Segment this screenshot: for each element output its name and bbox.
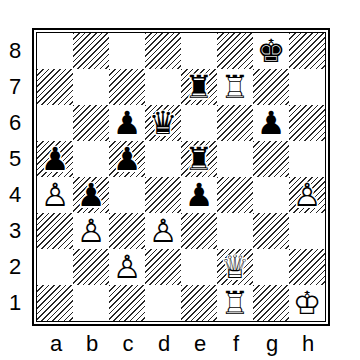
square-f2[interactable]: ♛♕: [217, 249, 253, 285]
square-e5[interactable]: ♜♜: [181, 141, 217, 177]
square-a3[interactable]: [37, 213, 73, 249]
square-e1[interactable]: [181, 285, 217, 321]
square-c1[interactable]: [109, 285, 145, 321]
square-d1[interactable]: [145, 285, 181, 321]
square-f6[interactable]: [217, 105, 253, 141]
piece-glyph: ♙: [145, 213, 181, 249]
square-b6[interactable]: [73, 105, 109, 141]
rank-label-5: 5: [2, 141, 28, 177]
square-e7[interactable]: ♜♜: [181, 69, 217, 105]
file-label-c: c: [110, 331, 146, 357]
piece-glyph: ♙: [37, 177, 73, 213]
square-b1[interactable]: [73, 285, 109, 321]
square-h5[interactable]: [289, 141, 325, 177]
piece-white-pawn: ♟♙: [109, 249, 145, 285]
square-g4[interactable]: [253, 177, 289, 213]
rank-label-4: 4: [2, 177, 28, 213]
square-d2[interactable]: [145, 249, 181, 285]
rank-label-8: 8: [2, 33, 28, 69]
square-c5[interactable]: ♟♟: [109, 141, 145, 177]
rank-label-2: 2: [2, 249, 28, 285]
square-a7[interactable]: [37, 69, 73, 105]
file-label-h: h: [290, 331, 326, 357]
piece-black-pawn: ♟♟: [253, 105, 289, 141]
piece-black-pawn: ♟♟: [37, 141, 73, 177]
piece-black-queen: ♛♛: [145, 105, 181, 141]
square-g1[interactable]: [253, 285, 289, 321]
square-g5[interactable]: [253, 141, 289, 177]
chess-diagram: 87654321 ♚♚♜♜♜♖♟♟♛♛♟♟♟♟♟♟♜♜♟♙♟♟♟♟♟♙♟♙♟♙♟…: [0, 0, 360, 360]
piece-white-rook: ♜♖: [217, 69, 253, 105]
square-h4[interactable]: ♟♙: [289, 177, 325, 213]
piece-glyph: ♚: [253, 33, 289, 69]
piece-white-pawn: ♟♙: [145, 213, 181, 249]
piece-glyph: ♟: [109, 141, 145, 177]
piece-white-king: ♚♔: [289, 285, 325, 321]
square-f8[interactable]: [217, 33, 253, 69]
square-h1[interactable]: ♚♔: [289, 285, 325, 321]
square-c4[interactable]: [109, 177, 145, 213]
square-e3[interactable]: [181, 213, 217, 249]
square-c2[interactable]: ♟♙: [109, 249, 145, 285]
square-g3[interactable]: [253, 213, 289, 249]
piece-black-king: ♚♚: [253, 33, 289, 69]
square-c3[interactable]: [109, 213, 145, 249]
square-a5[interactable]: ♟♟: [37, 141, 73, 177]
chess-board: ♚♚♜♜♜♖♟♟♛♛♟♟♟♟♟♟♜♜♟♙♟♟♟♟♟♙♟♙♟♙♟♙♛♕♜♖♚♔: [37, 33, 325, 321]
piece-glyph: ♖: [217, 69, 253, 105]
square-h8[interactable]: [289, 33, 325, 69]
square-b3[interactable]: ♟♙: [73, 213, 109, 249]
rank-labels: 87654321: [2, 33, 28, 321]
square-e8[interactable]: [181, 33, 217, 69]
rank-label-3: 3: [2, 213, 28, 249]
square-c8[interactable]: [109, 33, 145, 69]
square-d7[interactable]: [145, 69, 181, 105]
piece-white-queen: ♛♕: [217, 249, 253, 285]
square-e4[interactable]: ♟♟: [181, 177, 217, 213]
square-b4[interactable]: ♟♟: [73, 177, 109, 213]
square-a1[interactable]: [37, 285, 73, 321]
piece-black-pawn: ♟♟: [109, 105, 145, 141]
rank-label-6: 6: [2, 105, 28, 141]
piece-glyph: ♙: [109, 249, 145, 285]
square-a6[interactable]: [37, 105, 73, 141]
square-d8[interactable]: [145, 33, 181, 69]
piece-white-pawn: ♟♙: [289, 177, 325, 213]
square-g6[interactable]: ♟♟: [253, 105, 289, 141]
square-b2[interactable]: [73, 249, 109, 285]
piece-glyph: ♖: [217, 285, 253, 321]
piece-glyph: ♜: [181, 69, 217, 105]
file-label-d: d: [146, 331, 182, 357]
file-label-g: g: [254, 331, 290, 357]
piece-glyph: ♟: [37, 141, 73, 177]
square-d6[interactable]: ♛♛: [145, 105, 181, 141]
piece-glyph: ♟: [73, 177, 109, 213]
piece-glyph: ♛: [145, 105, 181, 141]
square-e2[interactable]: [181, 249, 217, 285]
square-h7[interactable]: [289, 69, 325, 105]
square-c7[interactable]: [109, 69, 145, 105]
rank-label-7: 7: [2, 69, 28, 105]
square-d5[interactable]: [145, 141, 181, 177]
piece-black-pawn: ♟♟: [181, 177, 217, 213]
board-frame: ♚♚♜♜♜♖♟♟♛♛♟♟♟♟♟♟♜♜♟♙♟♟♟♟♟♙♟♙♟♙♟♙♛♕♜♖♚♔: [32, 28, 330, 326]
square-g8[interactable]: ♚♚: [253, 33, 289, 69]
square-g7[interactable]: [253, 69, 289, 105]
piece-glyph: ♔: [289, 285, 325, 321]
square-h2[interactable]: [289, 249, 325, 285]
piece-glyph: ♙: [73, 213, 109, 249]
square-c6[interactable]: ♟♟: [109, 105, 145, 141]
square-d3[interactable]: ♟♙: [145, 213, 181, 249]
square-d4[interactable]: [145, 177, 181, 213]
piece-black-pawn: ♟♟: [109, 141, 145, 177]
file-label-e: e: [182, 331, 218, 357]
square-f4[interactable]: [217, 177, 253, 213]
square-a8[interactable]: [37, 33, 73, 69]
piece-white-pawn: ♟♙: [73, 213, 109, 249]
piece-black-rook: ♜♜: [181, 69, 217, 105]
piece-glyph: ♜: [181, 141, 217, 177]
square-e6[interactable]: [181, 105, 217, 141]
file-label-f: f: [218, 331, 254, 357]
square-a2[interactable]: [37, 249, 73, 285]
square-a4[interactable]: ♟♙: [37, 177, 73, 213]
square-f1[interactable]: ♜♖: [217, 285, 253, 321]
piece-glyph: ♟: [181, 177, 217, 213]
file-labels: abcdefgh: [38, 331, 326, 357]
square-f7[interactable]: ♜♖: [217, 69, 253, 105]
square-b8[interactable]: [73, 33, 109, 69]
square-g2[interactable]: [253, 249, 289, 285]
file-label-a: a: [38, 331, 74, 357]
piece-black-pawn: ♟♟: [73, 177, 109, 213]
piece-glyph: ♟: [253, 105, 289, 141]
square-f3[interactable]: [217, 213, 253, 249]
rank-label-1: 1: [2, 285, 28, 321]
square-f5[interactable]: [217, 141, 253, 177]
square-h3[interactable]: [289, 213, 325, 249]
file-label-b: b: [74, 331, 110, 357]
piece-black-rook: ♜♜: [181, 141, 217, 177]
square-b5[interactable]: [73, 141, 109, 177]
square-b7[interactable]: [73, 69, 109, 105]
piece-white-pawn: ♟♙: [37, 177, 73, 213]
piece-glyph: ♟: [109, 105, 145, 141]
piece-glyph: ♙: [289, 177, 325, 213]
square-h6[interactable]: [289, 105, 325, 141]
piece-glyph: ♕: [217, 249, 253, 285]
piece-white-rook: ♜♖: [217, 285, 253, 321]
